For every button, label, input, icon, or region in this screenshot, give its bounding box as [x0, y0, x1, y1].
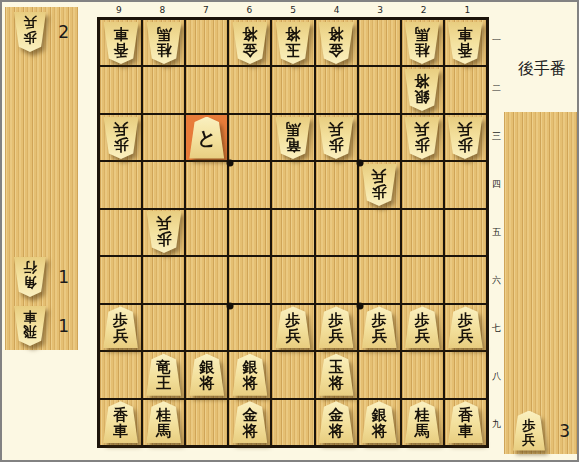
shogi-app-window: 987654321 一二三四五六七八九 歩兵2角行1飛車1 歩兵3 香車桂馬金将… — [0, 0, 579, 462]
square-8-5[interactable]: 歩兵 — [142, 209, 185, 256]
square-1-5[interactable] — [444, 209, 487, 256]
square-8-7[interactable] — [142, 304, 185, 351]
square-5-8[interactable] — [271, 351, 314, 398]
piece-label: 歩兵 — [415, 120, 430, 155]
square-4-2[interactable] — [315, 66, 358, 113]
file-label-1: 1 — [446, 4, 490, 16]
square-9-3[interactable]: 歩兵 — [99, 114, 142, 161]
square-4-4[interactable] — [315, 161, 358, 208]
piece-玉将-4-8[interactable]: 玉将 — [318, 354, 355, 396]
piece-と-7-3[interactable]: と — [188, 117, 225, 159]
hand-count: 2 — [58, 22, 69, 42]
square-6-6[interactable] — [228, 256, 271, 303]
square-3-8[interactable] — [358, 351, 401, 398]
piece-歩兵-2-3[interactable]: 歩兵 — [404, 117, 441, 159]
piece-label: 歩兵 — [156, 215, 171, 250]
piece-label: 玉将 — [285, 25, 300, 60]
gote-hand-角行[interactable]: 角行1 — [5, 252, 78, 301]
square-7-2[interactable] — [185, 66, 228, 113]
square-6-9[interactable]: 金将 — [228, 399, 271, 446]
piece-label: 歩兵 — [415, 310, 430, 345]
square-3-6[interactable] — [358, 256, 401, 303]
square-7-4[interactable] — [185, 161, 228, 208]
square-8-8[interactable]: 竜王 — [142, 351, 185, 398]
square-5-4[interactable] — [271, 161, 314, 208]
piece-金将-6-9[interactable]: 金将 — [231, 401, 268, 443]
piece-label: 飛車 — [23, 310, 37, 342]
piece-歩兵-4-3[interactable]: 歩兵 — [318, 117, 355, 159]
piece-香車-1-9[interactable]: 香車 — [447, 401, 484, 443]
rank-label-8: 八 — [490, 352, 503, 400]
square-8-9[interactable]: 桂馬 — [142, 399, 185, 446]
file-label-5: 5 — [271, 4, 315, 16]
piece-label: 銀将 — [242, 357, 257, 392]
square-1-7[interactable]: 歩兵 — [444, 304, 487, 351]
square-7-8[interactable]: 銀将 — [185, 351, 228, 398]
square-4-7[interactable]: 歩兵 — [315, 304, 358, 351]
square-9-7[interactable]: 歩兵 — [99, 304, 142, 351]
square-4-6[interactable] — [315, 256, 358, 303]
square-9-2[interactable] — [99, 66, 142, 113]
file-label-4: 4 — [315, 4, 359, 16]
square-1-4[interactable] — [444, 161, 487, 208]
square-5-2[interactable] — [271, 66, 314, 113]
piece-銀将-6-8[interactable]: 銀将 — [231, 354, 268, 396]
square-5-5[interactable] — [271, 209, 314, 256]
square-3-7[interactable]: 歩兵 — [358, 304, 401, 351]
piece-桂馬-2-9[interactable]: 桂馬 — [404, 401, 441, 443]
piece-label: 金将 — [242, 405, 257, 440]
piece-label: 桂馬 — [156, 25, 171, 60]
star-point — [226, 303, 233, 310]
piece-label: 桂馬 — [156, 405, 171, 440]
hand-piece-歩兵[interactable]: 歩兵 — [13, 12, 47, 52]
piece-label: 竜馬 — [285, 120, 300, 155]
square-3-2[interactable] — [358, 66, 401, 113]
hand-count: 3 — [559, 421, 570, 441]
sente-hand-歩兵[interactable]: 歩兵3 — [504, 406, 579, 455]
piece-桂馬-8-1[interactable]: 桂馬 — [145, 22, 182, 64]
square-7-7[interactable] — [185, 304, 228, 351]
piece-label: 歩兵 — [458, 120, 473, 155]
square-2-2[interactable]: 銀将 — [401, 66, 444, 113]
square-5-6[interactable] — [271, 256, 314, 303]
square-1-3[interactable]: 歩兵 — [444, 114, 487, 161]
square-5-7[interactable]: 歩兵 — [271, 304, 314, 351]
square-6-1[interactable]: 金将 — [228, 19, 271, 66]
piece-歩兵-3-7[interactable]: 歩兵 — [361, 306, 398, 348]
square-6-5[interactable] — [228, 209, 271, 256]
file-labels: 987654321 — [97, 4, 489, 16]
square-7-6[interactable] — [185, 256, 228, 303]
square-1-8[interactable] — [444, 351, 487, 398]
hand-count: 1 — [58, 316, 69, 336]
square-1-2[interactable] — [444, 66, 487, 113]
square-8-2[interactable] — [142, 66, 185, 113]
hand-count: 1 — [58, 267, 69, 287]
shogi-board: 香車桂馬金将玉将金将桂馬香車銀将歩兵と竜馬歩兵歩兵歩兵歩兵歩兵歩兵歩兵歩兵歩兵歩… — [97, 17, 489, 448]
piece-玉将-5-1[interactable]: 玉将 — [274, 22, 311, 64]
square-4-9[interactable]: 金将 — [315, 399, 358, 446]
square-6-4[interactable] — [228, 161, 271, 208]
piece-歩兵-5-7[interactable]: 歩兵 — [274, 306, 311, 348]
piece-label: 香車 — [458, 405, 473, 440]
piece-label: 歩兵 — [458, 310, 473, 345]
square-4-1[interactable]: 金将 — [315, 19, 358, 66]
piece-label: 玉将 — [329, 357, 344, 392]
piece-label: 金将 — [242, 25, 257, 60]
piece-香車-9-1[interactable]: 香車 — [102, 22, 139, 64]
file-label-6: 6 — [228, 4, 272, 16]
piece-歩兵-2-7[interactable]: 歩兵 — [404, 306, 441, 348]
piece-label: 角行 — [23, 261, 37, 293]
square-5-1[interactable]: 玉将 — [271, 19, 314, 66]
square-6-3[interactable] — [228, 114, 271, 161]
square-4-8[interactable]: 玉将 — [315, 351, 358, 398]
piece-歩兵-8-5[interactable]: 歩兵 — [145, 211, 182, 253]
square-8-3[interactable] — [142, 114, 185, 161]
square-3-9[interactable]: 銀将 — [358, 399, 401, 446]
piece-label: 香車 — [113, 405, 128, 440]
square-2-3[interactable]: 歩兵 — [401, 114, 444, 161]
piece-銀将-2-2[interactable]: 銀将 — [404, 69, 441, 111]
rank-label-1: 一 — [490, 17, 503, 65]
rank-labels: 一二三四五六七八九 — [490, 17, 503, 448]
square-6-8[interactable]: 銀将 — [228, 351, 271, 398]
rank-label-7: 七 — [490, 304, 503, 352]
square-5-3[interactable]: 竜馬 — [271, 114, 314, 161]
square-2-4[interactable] — [401, 161, 444, 208]
square-1-9[interactable]: 香車 — [444, 399, 487, 446]
hand-piece-飛車[interactable]: 飛車 — [13, 306, 47, 346]
piece-label: 歩兵 — [522, 415, 536, 447]
square-3-4[interactable]: 歩兵 — [358, 161, 401, 208]
hand-piece-角行[interactable]: 角行 — [13, 257, 47, 297]
square-6-7[interactable] — [228, 304, 271, 351]
star-point — [357, 303, 364, 310]
square-4-5[interactable] — [315, 209, 358, 256]
file-label-3: 3 — [358, 4, 402, 16]
file-label-8: 8 — [141, 4, 185, 16]
piece-label: 香車 — [113, 25, 128, 60]
piece-label: 香車 — [458, 25, 473, 60]
rank-label-9: 九 — [490, 400, 503, 448]
square-3-5[interactable] — [358, 209, 401, 256]
square-1-1[interactable]: 香車 — [444, 19, 487, 66]
piece-label: 歩兵 — [329, 120, 344, 155]
piece-label: 桂馬 — [415, 25, 430, 60]
piece-label: 竜王 — [156, 357, 171, 392]
piece-label: 歩兵 — [372, 168, 387, 203]
square-3-1[interactable] — [358, 19, 401, 66]
turn-indicator: 後手番 — [503, 59, 579, 80]
square-7-3[interactable]: と — [185, 114, 228, 161]
piece-label: 金将 — [329, 405, 344, 440]
piece-歩兵-4-7[interactable]: 歩兵 — [318, 306, 355, 348]
piece-label: 歩兵 — [372, 310, 387, 345]
piece-銀将-7-8[interactable]: 銀将 — [188, 354, 225, 396]
square-6-2[interactable] — [228, 66, 271, 113]
square-8-1[interactable]: 桂馬 — [142, 19, 185, 66]
piece-label: 銀将 — [415, 73, 430, 108]
square-3-3[interactable] — [358, 114, 401, 161]
gote-hand-飛車[interactable]: 飛車1 — [5, 301, 78, 350]
square-9-6[interactable] — [99, 256, 142, 303]
square-7-9[interactable] — [185, 399, 228, 446]
square-7-1[interactable] — [185, 19, 228, 66]
file-label-9: 9 — [97, 4, 141, 16]
rank-label-4: 四 — [490, 161, 503, 209]
piece-label: 桂馬 — [415, 405, 430, 440]
piece-label: 歩兵 — [23, 16, 37, 48]
gote-hand-stand: 歩兵2角行1飛車1 — [5, 7, 78, 350]
hand-piece-歩兵[interactable]: 歩兵 — [512, 411, 546, 451]
file-label-7: 7 — [184, 4, 228, 16]
piece-竜馬-5-3[interactable]: 竜馬 — [274, 117, 311, 159]
square-1-6[interactable] — [444, 256, 487, 303]
square-9-8[interactable] — [99, 351, 142, 398]
square-2-1[interactable]: 桂馬 — [401, 19, 444, 66]
square-7-5[interactable] — [185, 209, 228, 256]
square-2-6[interactable] — [401, 256, 444, 303]
piece-桂馬-2-1[interactable]: 桂馬 — [404, 22, 441, 64]
piece-歩兵-9-7[interactable]: 歩兵 — [102, 306, 139, 348]
square-8-6[interactable] — [142, 256, 185, 303]
piece-label: 歩兵 — [329, 310, 344, 345]
piece-歩兵-9-3[interactable]: 歩兵 — [102, 117, 139, 159]
square-2-8[interactable] — [401, 351, 444, 398]
square-9-5[interactable] — [99, 209, 142, 256]
square-2-9[interactable]: 桂馬 — [401, 399, 444, 446]
piece-歩兵-3-4[interactable]: 歩兵 — [361, 164, 398, 206]
square-4-3[interactable]: 歩兵 — [315, 114, 358, 161]
file-label-2: 2 — [402, 4, 446, 16]
rank-label-3: 三 — [490, 113, 503, 161]
square-9-1[interactable]: 香車 — [99, 19, 142, 66]
star-point — [226, 159, 233, 166]
piece-歩兵-1-7[interactable]: 歩兵 — [447, 306, 484, 348]
piece-香車-1-1[interactable]: 香車 — [447, 22, 484, 64]
rank-label-2: 二 — [490, 65, 503, 113]
rank-label-6: 六 — [490, 256, 503, 304]
piece-label: 歩兵 — [113, 120, 128, 155]
star-point — [357, 159, 364, 166]
square-2-7[interactable]: 歩兵 — [401, 304, 444, 351]
piece-label: 歩兵 — [113, 310, 128, 345]
gote-hand-歩兵[interactable]: 歩兵2 — [5, 7, 78, 56]
piece-桂馬-8-9[interactable]: 桂馬 — [145, 401, 182, 443]
square-9-9[interactable]: 香車 — [99, 399, 142, 446]
piece-label: 歩兵 — [285, 310, 300, 345]
rank-label-5: 五 — [490, 209, 503, 257]
piece-歩兵-1-3[interactable]: 歩兵 — [447, 117, 484, 159]
square-8-4[interactable] — [142, 161, 185, 208]
square-5-9[interactable] — [271, 399, 314, 446]
piece-銀将-3-9[interactable]: 銀将 — [361, 401, 398, 443]
piece-金将-6-1[interactable]: 金将 — [231, 22, 268, 64]
piece-label: 金将 — [329, 25, 344, 60]
piece-金将-4-1[interactable]: 金将 — [318, 22, 355, 64]
square-9-4[interactable] — [99, 161, 142, 208]
piece-label: と — [197, 128, 216, 148]
piece-竜王-8-8[interactable]: 竜王 — [145, 354, 182, 396]
piece-label: 銀将 — [199, 357, 214, 392]
piece-label: 銀将 — [372, 405, 387, 440]
piece-金将-4-9[interactable]: 金将 — [318, 401, 355, 443]
piece-香車-9-9[interactable]: 香車 — [102, 401, 139, 443]
sente-hand-stand: 歩兵3 — [504, 112, 579, 454]
square-2-5[interactable] — [401, 209, 444, 256]
